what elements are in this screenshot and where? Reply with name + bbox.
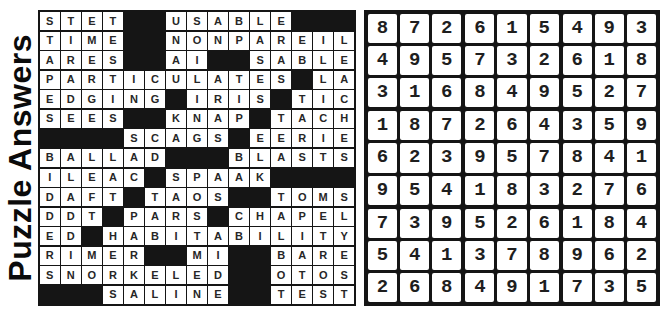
crossword-letter-cell: E (187, 266, 207, 284)
crossword-letter-cell: E (313, 208, 333, 226)
crossword-letter-cell: I (166, 227, 186, 245)
sudoku-cell: 5 (465, 209, 494, 238)
crossword-letter-cell: T (82, 208, 102, 226)
crossword-letter-cell: T (145, 188, 165, 206)
crossword-letter-cell: N (124, 90, 144, 108)
crossword-letter-cell: S (187, 208, 207, 226)
crossword-letter-cell: K (250, 169, 270, 187)
sudoku-cell: 9 (530, 78, 559, 107)
crossword-letter-cell: A (124, 149, 144, 167)
crossword-block-cell (82, 129, 102, 147)
crossword-letter-cell: S (40, 12, 60, 30)
crossword-letter-cell: R (124, 247, 144, 265)
crossword-letter-cell: B (271, 247, 291, 265)
sudoku-cell: 9 (368, 176, 397, 205)
crossword-letter-cell: C (145, 129, 165, 147)
crossword-letter-cell: E (40, 227, 60, 245)
crossword-letter-cell: S (187, 12, 207, 30)
sudoku-cell: 6 (368, 143, 397, 172)
crossword-letter-cell: I (229, 90, 249, 108)
puzzle-answers-page: Puzzle Answers STETUSABLETIMENONPAREILAR… (0, 0, 663, 315)
crossword-block-cell (208, 51, 228, 69)
sudoku-cell: 1 (530, 273, 559, 302)
crossword-letter-cell: A (145, 208, 165, 226)
sudoku-cell: 9 (400, 46, 429, 75)
crossword-letter-cell: A (124, 227, 144, 245)
crossword-letter-cell: L (271, 227, 291, 245)
crossword-block-cell (250, 110, 270, 128)
sudoku-cell: 2 (465, 111, 494, 140)
crossword-letter-cell: L (334, 208, 354, 226)
sudoku-cell: 6 (627, 176, 656, 205)
crossword-letter-cell: R (208, 90, 228, 108)
crossword-block-cell (61, 129, 81, 147)
sudoku-cell: 1 (465, 176, 494, 205)
sudoku-cell: 2 (530, 46, 559, 75)
crossword-block-cell (292, 12, 312, 30)
sudoku-box: 264957183 (465, 111, 558, 204)
crossword-letter-cell: B (229, 12, 249, 30)
crossword-grid: STETUSABLETIMENONPAREILARESAISABLEPARTIC… (38, 10, 356, 306)
crossword-block-cell (145, 247, 165, 265)
crossword-letter-cell: L (61, 169, 81, 187)
sudoku-cell: 8 (400, 111, 429, 140)
crossword-letter-cell: S (103, 286, 123, 304)
sudoku-cell: 9 (563, 241, 592, 270)
crossword-letter-cell: S (208, 188, 228, 206)
sudoku-cell: 3 (400, 209, 429, 238)
crossword-letter-cell: C (313, 110, 333, 128)
crossword-block-cell (229, 247, 249, 265)
crossword-block-cell (334, 12, 354, 30)
crossword-letter-cell: A (166, 51, 186, 69)
sudoku-cell: 5 (595, 111, 624, 140)
sudoku-cell: 1 (497, 14, 526, 43)
crossword-letter-cell: N (187, 110, 207, 128)
sudoku-cell: 5 (497, 143, 526, 172)
crossword-letter-cell: I (187, 90, 207, 108)
crossword-letter-cell: E (82, 51, 102, 69)
crossword-block-cell (313, 12, 333, 30)
crossword-letter-cell: L (313, 71, 333, 89)
crossword-block-cell (40, 286, 60, 304)
crossword-letter-cell: L (103, 149, 123, 167)
crossword-letter-cell: S (334, 188, 354, 206)
sudoku-grid: 8724953166157328494936185271876239542649… (364, 10, 660, 306)
crossword-block-cell (250, 247, 270, 265)
sudoku-cell: 2 (368, 273, 397, 302)
crossword-letter-cell: T (292, 266, 312, 284)
crossword-letter-cell: A (334, 71, 354, 89)
crossword-letter-cell: A (61, 71, 81, 89)
sudoku-cell: 5 (627, 273, 656, 302)
crossword-letter-cell: S (103, 51, 123, 69)
crossword-letter-cell: T (61, 12, 81, 30)
crossword-letter-cell: A (166, 129, 186, 147)
crossword-letter-cell: E (40, 90, 60, 108)
sudoku-box: 526378491 (465, 209, 558, 302)
sudoku-cell: 7 (400, 14, 429, 43)
crossword-letter-cell: L (313, 51, 333, 69)
crossword-letter-cell: A (61, 188, 81, 206)
sudoku-cell: 5 (432, 46, 461, 75)
crossword-letter-cell: S (40, 110, 60, 128)
sudoku-box: 493618527 (563, 14, 656, 107)
crossword-letter-cell: S (334, 149, 354, 167)
crossword-letter-cell: I (40, 169, 60, 187)
crossword-letter-cell: D (61, 227, 81, 245)
crossword-letter-cell: L (334, 32, 354, 50)
crossword-block-cell (229, 51, 249, 69)
crossword-letter-cell: S (334, 266, 354, 284)
sudoku-cell: 2 (627, 241, 656, 270)
page-title-wrap: Puzzle Answers (0, 0, 40, 315)
crossword-letter-cell: M (82, 247, 102, 265)
crossword-letter-cell: P (229, 110, 249, 128)
crossword-letter-cell: P (292, 208, 312, 226)
crossword-letter-cell: E (292, 32, 312, 50)
crossword-letter-cell: I (250, 227, 270, 245)
crossword-letter-cell: P (187, 169, 207, 187)
sudoku-cell: 4 (563, 14, 592, 43)
sudoku-cell: 4 (465, 273, 494, 302)
crossword-letter-cell: I (61, 247, 81, 265)
crossword-block-cell (145, 12, 165, 30)
crossword-letter-cell: I (61, 32, 81, 50)
crossword-letter-cell: S (103, 110, 123, 128)
sudoku-cell: 3 (563, 111, 592, 140)
sudoku-cell: 2 (400, 143, 429, 172)
crossword-letter-cell: C (124, 169, 144, 187)
sudoku-cell: 9 (627, 111, 656, 140)
crossword-letter-cell: S (250, 90, 270, 108)
sudoku-cell: 5 (400, 176, 429, 205)
crossword-letter-cell: A (166, 188, 186, 206)
crossword-letter-cell: R (292, 129, 312, 147)
crossword-block-cell (61, 286, 81, 304)
crossword-block-cell (292, 71, 312, 89)
crossword-letter-cell: A (271, 208, 291, 226)
crossword-letter-cell: E (292, 286, 312, 304)
crossword-letter-cell: B (40, 149, 60, 167)
sudoku-cell: 4 (497, 78, 526, 107)
crossword-block-cell (103, 208, 123, 226)
crossword-letter-cell: M (313, 188, 333, 206)
sudoku-cell: 4 (627, 209, 656, 238)
crossword-block-cell (145, 110, 165, 128)
crossword-letter-cell: L (187, 71, 207, 89)
crossword-letter-cell: A (271, 149, 291, 167)
crossword-letter-cell: N (208, 32, 228, 50)
crossword-block-cell (250, 286, 270, 304)
crossword-letter-cell: S (166, 169, 186, 187)
sudoku-cell: 3 (432, 143, 461, 172)
crossword-block-cell (187, 149, 207, 167)
crossword-letter-cell: Y (334, 227, 354, 245)
sudoku-cell: 7 (530, 143, 559, 172)
sudoku-cell: 1 (627, 143, 656, 172)
crossword-block-cell (124, 110, 144, 128)
crossword-letter-cell: M (187, 247, 207, 265)
crossword-letter-cell: I (208, 247, 228, 265)
crossword-letter-cell: T (229, 71, 249, 89)
crossword-letter-cell: E (145, 266, 165, 284)
sudoku-box: 359841276 (563, 111, 656, 204)
sudoku-cell: 4 (530, 111, 559, 140)
crossword-letter-cell: N (61, 266, 81, 284)
crossword-letter-cell: S (271, 71, 291, 89)
sudoku-cell: 6 (497, 111, 526, 140)
crossword-letter-cell: A (208, 110, 228, 128)
crossword-letter-cell: E (250, 129, 270, 147)
sudoku-cell: 5 (530, 14, 559, 43)
sudoku-box: 739541268 (368, 209, 461, 302)
crossword-letter-cell: S (313, 286, 333, 304)
crossword-letter-cell: D (208, 266, 228, 284)
crossword-letter-cell: E (271, 129, 291, 147)
sudoku-cell: 4 (432, 176, 461, 205)
crossword-letter-cell: E (82, 169, 102, 187)
crossword-letter-cell: N (187, 286, 207, 304)
sudoku-cell: 1 (595, 46, 624, 75)
crossword-block-cell (271, 90, 291, 108)
crossword-letter-cell: E (250, 71, 270, 89)
sudoku-cell: 7 (595, 176, 624, 205)
crossword-letter-cell: I (166, 286, 186, 304)
crossword-letter-cell: S (208, 129, 228, 147)
crossword-letter-cell: E (334, 129, 354, 147)
sudoku-cell: 7 (465, 46, 494, 75)
sudoku-cell: 3 (530, 176, 559, 205)
sudoku-cell: 4 (595, 143, 624, 172)
crossword-letter-cell: S (250, 51, 270, 69)
crossword-block-cell (124, 12, 144, 30)
sudoku-cell: 5 (368, 241, 397, 270)
sudoku-cell: 8 (563, 143, 592, 172)
crossword-block-cell (145, 51, 165, 69)
sudoku-cell: 5 (563, 78, 592, 107)
crossword-letter-cell: K (166, 110, 186, 128)
crossword-letter-cell: B (229, 227, 249, 245)
crossword-block-cell (166, 90, 186, 108)
sudoku-cell: 6 (465, 14, 494, 43)
crossword-letter-cell: I (103, 90, 123, 108)
crossword-block-cell (124, 51, 144, 69)
sudoku-cell: 3 (465, 241, 494, 270)
crossword-letter-cell: O (313, 266, 333, 284)
sudoku-cell: 4 (400, 241, 429, 270)
crossword-letter-cell: N (166, 32, 186, 50)
sudoku-cell: 8 (368, 14, 397, 43)
crossword-letter-cell: P (124, 208, 144, 226)
crossword-block-cell (124, 188, 144, 206)
crossword-letter-cell: L (250, 149, 270, 167)
crossword-letter-cell: T (271, 188, 291, 206)
crossword-letter-cell: A (40, 51, 60, 69)
crossword-letter-cell: I (292, 227, 312, 245)
sudoku-cell: 6 (432, 78, 461, 107)
crossword-letter-cell: T (271, 286, 291, 304)
sudoku-cell: 8 (465, 78, 494, 107)
sudoku-cell: 7 (627, 78, 656, 107)
sudoku-cell: 8 (530, 241, 559, 270)
crossword-block-cell (229, 286, 249, 304)
crossword-letter-cell: T (40, 32, 60, 50)
crossword-letter-cell: E (61, 110, 81, 128)
crossword-letter-cell: S (292, 149, 312, 167)
sudoku-cell: 8 (627, 46, 656, 75)
crossword-letter-cell: A (292, 110, 312, 128)
crossword-letter-cell: T (103, 71, 123, 89)
sudoku-box: 184962735 (563, 209, 656, 302)
sudoku-cell: 7 (432, 111, 461, 140)
sudoku-box: 872495316 (368, 14, 461, 107)
crossword-block-cell (145, 32, 165, 50)
sudoku-cell: 9 (432, 209, 461, 238)
sudoku-cell: 9 (465, 143, 494, 172)
crossword-letter-cell: I (313, 90, 333, 108)
sudoku-cell: 8 (497, 176, 526, 205)
crossword-letter-cell: H (334, 110, 354, 128)
crossword-letter-cell: S (124, 129, 144, 147)
crossword-letter-cell: E (103, 247, 123, 265)
crossword-letter-cell: L (145, 286, 165, 304)
crossword-block-cell (166, 247, 186, 265)
crossword-letter-cell: I (187, 51, 207, 69)
crossword-letter-cell: A (208, 71, 228, 89)
sudoku-cell: 6 (400, 273, 429, 302)
crossword-letter-cell: R (313, 247, 333, 265)
sudoku-cell: 6 (530, 209, 559, 238)
crossword-letter-cell: A (61, 149, 81, 167)
crossword-block-cell (82, 227, 102, 245)
sudoku-cell: 6 (595, 241, 624, 270)
crossword-letter-cell: P (40, 71, 60, 89)
crossword-letter-cell: G (145, 90, 165, 108)
crossword-block-cell (166, 149, 186, 167)
crossword-letter-cell: E (334, 51, 354, 69)
crossword-letter-cell: O (187, 188, 207, 206)
crossword-letter-cell: C (145, 71, 165, 89)
crossword-letter-cell: P (229, 32, 249, 50)
sudoku-cell: 3 (497, 46, 526, 75)
crossword-letter-cell: H (103, 227, 123, 245)
sudoku-cell: 1 (400, 78, 429, 107)
crossword-letter-cell: D (40, 188, 60, 206)
crossword-letter-cell: G (187, 129, 207, 147)
sudoku-cell: 7 (563, 273, 592, 302)
crossword-letter-cell: A (250, 32, 270, 50)
crossword-block-cell (103, 129, 123, 147)
crossword-letter-cell: R (166, 208, 186, 226)
crossword-block-cell (229, 188, 249, 206)
crossword-letter-cell: O (271, 266, 291, 284)
crossword-letter-cell: G (82, 90, 102, 108)
crossword-letter-cell: A (292, 247, 312, 265)
sudoku-cell: 3 (368, 78, 397, 107)
sudoku-cell: 3 (627, 14, 656, 43)
crossword-letter-cell: T (313, 227, 333, 245)
crossword-block-cell (40, 129, 60, 147)
sudoku-cell: 1 (432, 241, 461, 270)
crossword-letter-cell: A (208, 12, 228, 30)
crossword-letter-cell: T (292, 90, 312, 108)
crossword-block-cell (124, 32, 144, 50)
sudoku-cell: 3 (595, 273, 624, 302)
crossword-block-cell (208, 208, 228, 226)
crossword-letter-cell: B (229, 149, 249, 167)
sudoku-cell: 9 (497, 273, 526, 302)
crossword-letter-cell: T (313, 149, 333, 167)
crossword-block-cell (208, 149, 228, 167)
crossword-letter-cell: L (250, 12, 270, 30)
sudoku-cell: 9 (595, 14, 624, 43)
sudoku-cell: 7 (497, 241, 526, 270)
crossword-letter-cell: A (271, 51, 291, 69)
crossword-letter-cell: A (229, 169, 249, 187)
crossword-letter-cell: T (103, 188, 123, 206)
crossword-letter-cell: K (124, 266, 144, 284)
crossword-block-cell (145, 169, 165, 187)
sudoku-cell: 4 (368, 46, 397, 75)
crossword-letter-cell: C (229, 208, 249, 226)
crossword-letter-cell: E (271, 12, 291, 30)
crossword-letter-cell: R (103, 266, 123, 284)
sudoku-cell: 1 (563, 209, 592, 238)
crossword-block-cell (313, 169, 333, 187)
crossword-block-cell (292, 169, 312, 187)
crossword-letter-cell: U (166, 12, 186, 30)
crossword-letter-cell: E (103, 32, 123, 50)
sudoku-cell: 8 (432, 273, 461, 302)
crossword-letter-cell: F (82, 188, 102, 206)
crossword-letter-cell: E (334, 247, 354, 265)
sudoku-cell: 2 (595, 78, 624, 107)
crossword-letter-cell: I (313, 129, 333, 147)
crossword-letter-cell: E (208, 286, 228, 304)
sudoku-cell: 1 (368, 111, 397, 140)
crossword-block-cell (229, 266, 249, 284)
crossword-letter-cell: R (40, 247, 60, 265)
crossword-letter-cell: O (292, 188, 312, 206)
crossword-letter-cell: D (61, 208, 81, 226)
crossword-letter-cell: C (334, 90, 354, 108)
crossword-letter-cell: A (124, 286, 144, 304)
crossword-letter-cell: I (313, 32, 333, 50)
crossword-letter-cell: M (82, 32, 102, 50)
crossword-letter-cell: T (334, 286, 354, 304)
crossword-letter-cell: H (250, 208, 270, 226)
crossword-block-cell (271, 169, 291, 187)
crossword-letter-cell: R (61, 51, 81, 69)
crossword-letter-cell: O (187, 32, 207, 50)
sudoku-cell: 6 (563, 46, 592, 75)
crossword-letter-cell: A (208, 227, 228, 245)
crossword-letter-cell: I (124, 71, 144, 89)
crossword-letter-cell: B (145, 227, 165, 245)
crossword-letter-cell: L (166, 266, 186, 284)
crossword-letter-cell: B (292, 51, 312, 69)
crossword-letter-cell: D (40, 208, 60, 226)
crossword-block-cell (82, 286, 102, 304)
crossword-block-cell (250, 188, 270, 206)
sudoku-cell: 7 (368, 209, 397, 238)
crossword-letter-cell: S (40, 266, 60, 284)
crossword-letter-cell: E (82, 12, 102, 30)
crossword-letter-cell: T (271, 110, 291, 128)
crossword-letter-cell: D (145, 149, 165, 167)
sudoku-cell: 2 (432, 14, 461, 43)
